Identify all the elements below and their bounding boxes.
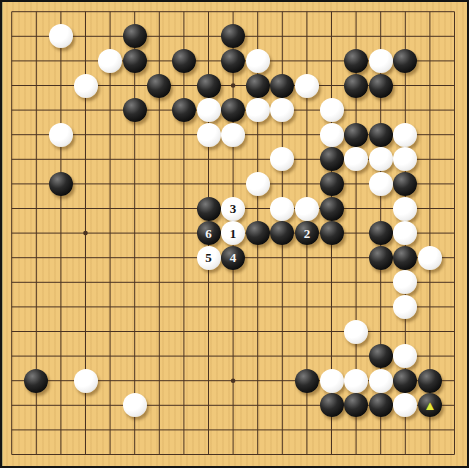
stone-black[interactable]: 6 (197, 221, 221, 245)
go-board[interactable]: 361254▲ (0, 0, 469, 468)
stone-white[interactable] (320, 98, 344, 122)
star-point (231, 378, 236, 383)
stone-white[interactable] (369, 172, 393, 196)
stone-black[interactable] (197, 197, 221, 221)
stone-black[interactable] (369, 221, 393, 245)
stone-white[interactable] (246, 49, 270, 73)
stone-black[interactable] (197, 74, 221, 98)
stone-black[interactable] (393, 369, 417, 393)
move-number-label: 1 (230, 227, 237, 240)
stone-black[interactable] (320, 147, 344, 171)
stone-black[interactable]: 2 (295, 221, 319, 245)
stone-black[interactable] (172, 49, 196, 73)
stone-white[interactable] (344, 369, 368, 393)
stone-black[interactable] (246, 74, 270, 98)
screenshot-frame: 361254▲ (0, 0, 469, 468)
stone-white[interactable] (320, 123, 344, 147)
stone-white[interactable] (393, 197, 417, 221)
stone-black[interactable] (221, 49, 245, 73)
stone-white[interactable] (320, 369, 344, 393)
stone-white[interactable] (123, 393, 147, 417)
stone-black[interactable] (172, 98, 196, 122)
stone-black[interactable] (320, 393, 344, 417)
stone-white[interactable] (74, 74, 98, 98)
stone-white[interactable] (49, 123, 73, 147)
stone-black[interactable]: 4 (221, 246, 245, 270)
stone-black[interactable] (123, 24, 147, 48)
stone-black[interactable] (246, 221, 270, 245)
stone-black[interactable] (344, 123, 368, 147)
stone-white[interactable] (295, 197, 319, 221)
star-point (83, 231, 88, 236)
stone-black[interactable] (221, 98, 245, 122)
stone-black[interactable] (320, 172, 344, 196)
stone-white[interactable] (246, 98, 270, 122)
move-number-label: 5 (205, 251, 212, 264)
stone-white[interactable] (98, 49, 122, 73)
stone-black[interactable] (344, 49, 368, 73)
stone-black[interactable] (369, 344, 393, 368)
stone-black[interactable] (147, 74, 171, 98)
stone-white[interactable] (393, 123, 417, 147)
stone-white[interactable] (369, 49, 393, 73)
stone-black[interactable] (393, 246, 417, 270)
stone-black[interactable] (49, 172, 73, 196)
stone-black[interactable] (123, 98, 147, 122)
stone-white[interactable] (295, 74, 319, 98)
stone-white[interactable] (74, 369, 98, 393)
stone-black[interactable] (369, 246, 393, 270)
stone-black[interactable] (270, 74, 294, 98)
stone-black[interactable] (295, 369, 319, 393)
stone-white[interactable] (344, 320, 368, 344)
stone-black[interactable] (369, 74, 393, 98)
move-number-label: 3 (230, 202, 237, 215)
move-number-label: 2 (304, 227, 311, 240)
stone-white[interactable] (197, 123, 221, 147)
stone-white[interactable]: 5 (197, 246, 221, 270)
stone-black[interactable] (369, 123, 393, 147)
stone-white[interactable]: 3 (221, 197, 245, 221)
move-number-label: 4 (230, 251, 237, 264)
stone-black[interactable] (320, 197, 344, 221)
stone-white[interactable]: 1 (221, 221, 245, 245)
triangle-marker: ▲ (423, 399, 436, 412)
stone-white[interactable] (369, 369, 393, 393)
stone-black[interactable] (344, 74, 368, 98)
stone-white[interactable] (369, 147, 393, 171)
stone-black[interactable] (369, 393, 393, 417)
move-number-label: 6 (205, 227, 212, 240)
stone-white[interactable] (221, 123, 245, 147)
stone-black[interactable] (418, 369, 442, 393)
stone-white[interactable] (246, 172, 270, 196)
star-point (231, 83, 236, 88)
stone-white[interactable] (197, 98, 221, 122)
stone-black[interactable] (24, 369, 48, 393)
stone-black[interactable] (123, 49, 147, 73)
stone-black[interactable] (320, 221, 344, 245)
stone-white[interactable] (270, 197, 294, 221)
stone-white[interactable] (418, 246, 442, 270)
